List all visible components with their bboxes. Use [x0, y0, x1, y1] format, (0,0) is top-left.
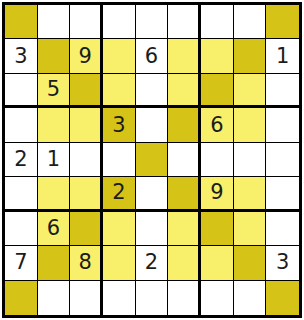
cell-r1c1[interactable]: [5, 5, 38, 39]
cell-r6c4[interactable]: 2: [103, 177, 136, 211]
cell-r3c5[interactable]: [136, 74, 169, 108]
cell-r7c3[interactable]: [70, 212, 103, 246]
cell-r9c9[interactable]: [266, 281, 299, 315]
cell-r3c1[interactable]: [5, 74, 38, 108]
cell-r3c6[interactable]: [168, 74, 201, 108]
cell-r6c6[interactable]: [168, 177, 201, 211]
cell-r7c9[interactable]: [266, 212, 299, 246]
sudoku-page: 3961536212967823: [0, 0, 304, 320]
cell-r5c9[interactable]: [266, 143, 299, 177]
cell-r3c9[interactable]: [266, 74, 299, 108]
cell-r9c4[interactable]: [103, 281, 136, 315]
cell-r4c7[interactable]: 6: [201, 108, 234, 142]
cell-r2c9[interactable]: 1: [266, 39, 299, 73]
cell-r7c1[interactable]: [5, 212, 38, 246]
cell-r1c3[interactable]: [70, 5, 103, 39]
cell-r5c3[interactable]: [70, 143, 103, 177]
cell-r3c7[interactable]: [201, 74, 234, 108]
cell-r1c7[interactable]: [201, 5, 234, 39]
cell-r9c8[interactable]: [234, 281, 267, 315]
cell-r2c4[interactable]: [103, 39, 136, 73]
cell-r3c8[interactable]: [234, 74, 267, 108]
cell-r4c4[interactable]: 3: [103, 108, 136, 142]
cell-r5c4[interactable]: [103, 143, 136, 177]
cell-r3c4[interactable]: [103, 74, 136, 108]
cell-r2c7[interactable]: [201, 39, 234, 73]
cell-r4c8[interactable]: [234, 108, 267, 142]
cell-r2c3[interactable]: 9: [70, 39, 103, 73]
cell-r1c5[interactable]: [136, 5, 169, 39]
cell-r8c2[interactable]: [38, 246, 71, 280]
cell-r8c4[interactable]: [103, 246, 136, 280]
cell-r7c2[interactable]: 6: [38, 212, 71, 246]
cell-r8c7[interactable]: [201, 246, 234, 280]
cell-r1c2[interactable]: [38, 5, 71, 39]
cell-r2c1[interactable]: 3: [5, 39, 38, 73]
cell-r2c5[interactable]: 6: [136, 39, 169, 73]
cell-r8c8[interactable]: [234, 246, 267, 280]
cell-r8c6[interactable]: [168, 246, 201, 280]
cell-r9c7[interactable]: [201, 281, 234, 315]
cell-r5c5[interactable]: [136, 143, 169, 177]
cell-r8c3[interactable]: 8: [70, 246, 103, 280]
cell-r6c1[interactable]: [5, 177, 38, 211]
cell-r6c2[interactable]: [38, 177, 71, 211]
cell-r7c8[interactable]: [234, 212, 267, 246]
cell-r7c5[interactable]: [136, 212, 169, 246]
cell-r5c2[interactable]: 1: [38, 143, 71, 177]
cell-r3c2[interactable]: 5: [38, 74, 71, 108]
cell-r2c6[interactable]: [168, 39, 201, 73]
cell-r9c5[interactable]: [136, 281, 169, 315]
cell-r6c7[interactable]: 9: [201, 177, 234, 211]
cell-r4c5[interactable]: [136, 108, 169, 142]
cell-r3c3[interactable]: [70, 74, 103, 108]
cell-r6c5[interactable]: [136, 177, 169, 211]
cell-r4c6[interactable]: [168, 108, 201, 142]
cell-r8c9[interactable]: 3: [266, 246, 299, 280]
cell-r9c3[interactable]: [70, 281, 103, 315]
cell-r2c2[interactable]: [38, 39, 71, 73]
cell-r6c9[interactable]: [266, 177, 299, 211]
cell-r4c3[interactable]: [70, 108, 103, 142]
cell-r6c3[interactable]: [70, 177, 103, 211]
cell-r7c4[interactable]: [103, 212, 136, 246]
sudoku-board: 3961536212967823: [2, 2, 302, 318]
cell-r8c1[interactable]: 7: [5, 246, 38, 280]
cell-r9c1[interactable]: [5, 281, 38, 315]
cell-r4c9[interactable]: [266, 108, 299, 142]
cell-r1c8[interactable]: [234, 5, 267, 39]
cell-r9c2[interactable]: [38, 281, 71, 315]
cell-r4c1[interactable]: [5, 108, 38, 142]
cell-r1c9[interactable]: [266, 5, 299, 39]
cell-r5c1[interactable]: 2: [5, 143, 38, 177]
cell-r5c7[interactable]: [201, 143, 234, 177]
cell-r5c6[interactable]: [168, 143, 201, 177]
cell-r7c7[interactable]: [201, 212, 234, 246]
cell-r1c4[interactable]: [103, 5, 136, 39]
cell-r7c6[interactable]: [168, 212, 201, 246]
cell-r1c6[interactable]: [168, 5, 201, 39]
cell-r4c2[interactable]: [38, 108, 71, 142]
cell-r8c5[interactable]: 2: [136, 246, 169, 280]
cell-r5c8[interactable]: [234, 143, 267, 177]
cell-r6c8[interactable]: [234, 177, 267, 211]
cell-r9c6[interactable]: [168, 281, 201, 315]
cell-r2c8[interactable]: [234, 39, 267, 73]
